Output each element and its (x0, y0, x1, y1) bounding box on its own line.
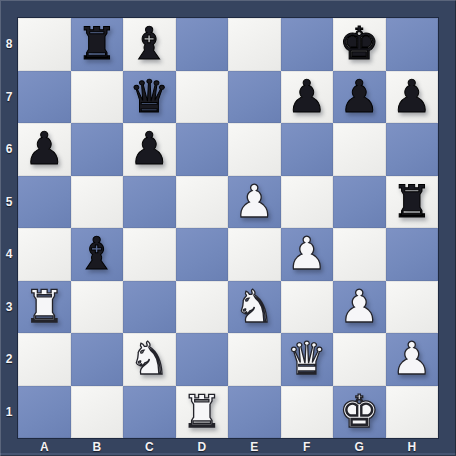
square-g8[interactable]: ♚ (333, 18, 386, 71)
square-e6[interactable] (228, 123, 281, 176)
white-knight[interactable]: ♞ (123, 333, 176, 386)
white-queen[interactable]: ♛ (281, 333, 334, 386)
square-d8[interactable] (176, 18, 229, 71)
square-h3[interactable] (386, 281, 439, 334)
square-c7[interactable]: ♛ (123, 71, 176, 124)
white-king[interactable]: ♚ (333, 386, 386, 439)
black-bishop[interactable]: ♝ (123, 18, 176, 71)
square-f3[interactable] (281, 281, 334, 334)
file-label-d: D (176, 438, 229, 456)
white-rook[interactable]: ♜ (176, 386, 229, 439)
file-labels: ABCDEFGH (18, 438, 438, 456)
file-label-c: C (123, 438, 176, 456)
black-pawn[interactable]: ♟ (386, 71, 439, 124)
file-label-h: H (386, 438, 439, 456)
square-b6[interactable] (71, 123, 124, 176)
square-b1[interactable] (71, 386, 124, 439)
square-g1[interactable]: ♚ (333, 386, 386, 439)
white-pawn[interactable]: ♟ (386, 333, 439, 386)
square-d6[interactable] (176, 123, 229, 176)
white-pawn[interactable]: ♟ (333, 281, 386, 334)
square-c2[interactable]: ♞ (123, 333, 176, 386)
square-c6[interactable]: ♟ (123, 123, 176, 176)
square-h1[interactable] (386, 386, 439, 439)
black-pawn[interactable]: ♟ (333, 71, 386, 124)
black-pawn[interactable]: ♟ (18, 123, 71, 176)
black-pawn[interactable]: ♟ (123, 123, 176, 176)
file-label-b: B (71, 438, 124, 456)
square-b5[interactable] (71, 176, 124, 229)
square-d4[interactable] (176, 228, 229, 281)
square-b8[interactable]: ♜ (71, 18, 124, 71)
white-rook[interactable]: ♜ (18, 281, 71, 334)
square-f8[interactable] (281, 18, 334, 71)
square-f2[interactable]: ♛ (281, 333, 334, 386)
square-d2[interactable] (176, 333, 229, 386)
square-a8[interactable] (18, 18, 71, 71)
square-h8[interactable] (386, 18, 439, 71)
square-d3[interactable] (176, 281, 229, 334)
square-e4[interactable] (228, 228, 281, 281)
rank-label-8: 8 (0, 18, 18, 71)
square-a4[interactable] (18, 228, 71, 281)
square-h7[interactable]: ♟ (386, 71, 439, 124)
file-label-a: A (18, 438, 71, 456)
square-g4[interactable] (333, 228, 386, 281)
square-c5[interactable] (123, 176, 176, 229)
board-grid: ♜♝♚♛♟♟♟♟♟♟♜♝♟♜♞♟♞♛♟♜♚ (18, 18, 438, 438)
square-g3[interactable]: ♟ (333, 281, 386, 334)
square-f4[interactable]: ♟ (281, 228, 334, 281)
white-pawn[interactable]: ♟ (228, 176, 281, 229)
square-f1[interactable] (281, 386, 334, 439)
square-f7[interactable]: ♟ (281, 71, 334, 124)
rank-label-7: 7 (0, 71, 18, 124)
square-c4[interactable] (123, 228, 176, 281)
square-e5[interactable]: ♟ (228, 176, 281, 229)
square-h2[interactable]: ♟ (386, 333, 439, 386)
square-e8[interactable] (228, 18, 281, 71)
square-g6[interactable] (333, 123, 386, 176)
rank-label-3: 3 (0, 281, 18, 334)
rank-label-2: 2 (0, 333, 18, 386)
square-d5[interactable] (176, 176, 229, 229)
square-h5[interactable]: ♜ (386, 176, 439, 229)
square-a2[interactable] (18, 333, 71, 386)
black-pawn[interactable]: ♟ (281, 71, 334, 124)
white-pawn[interactable]: ♟ (281, 228, 334, 281)
black-rook[interactable]: ♜ (71, 18, 124, 71)
square-d7[interactable] (176, 71, 229, 124)
rank-label-4: 4 (0, 228, 18, 281)
square-c8[interactable]: ♝ (123, 18, 176, 71)
square-g2[interactable] (333, 333, 386, 386)
black-bishop[interactable]: ♝ (71, 228, 124, 281)
square-b3[interactable] (71, 281, 124, 334)
square-g7[interactable]: ♟ (333, 71, 386, 124)
square-b4[interactable]: ♝ (71, 228, 124, 281)
square-h6[interactable] (386, 123, 439, 176)
square-b2[interactable] (71, 333, 124, 386)
square-e2[interactable] (228, 333, 281, 386)
file-label-f: F (281, 438, 334, 456)
square-c1[interactable] (123, 386, 176, 439)
black-king[interactable]: ♚ (333, 18, 386, 71)
square-h4[interactable] (386, 228, 439, 281)
black-queen[interactable]: ♛ (123, 71, 176, 124)
chess-board-frame: 87654321 ♜♝♚♛♟♟♟♟♟♟♜♝♟♜♞♟♞♛♟♜♚ ABCDEFGH (0, 0, 456, 456)
square-a3[interactable]: ♜ (18, 281, 71, 334)
rank-labels: 87654321 (0, 18, 18, 438)
file-label-e: E (228, 438, 281, 456)
square-a5[interactable] (18, 176, 71, 229)
white-knight[interactable]: ♞ (228, 281, 281, 334)
square-b7[interactable] (71, 71, 124, 124)
black-rook[interactable]: ♜ (386, 176, 439, 229)
square-e7[interactable] (228, 71, 281, 124)
square-e1[interactable] (228, 386, 281, 439)
square-f5[interactable] (281, 176, 334, 229)
square-g5[interactable] (333, 176, 386, 229)
square-a1[interactable] (18, 386, 71, 439)
square-e3[interactable]: ♞ (228, 281, 281, 334)
rank-label-1: 1 (0, 386, 18, 439)
rank-label-5: 5 (0, 176, 18, 229)
square-a7[interactable] (18, 71, 71, 124)
square-d1[interactable]: ♜ (176, 386, 229, 439)
square-f6[interactable] (281, 123, 334, 176)
square-c3[interactable] (123, 281, 176, 334)
square-a6[interactable]: ♟ (18, 123, 71, 176)
file-label-g: G (333, 438, 386, 456)
rank-label-6: 6 (0, 123, 18, 176)
